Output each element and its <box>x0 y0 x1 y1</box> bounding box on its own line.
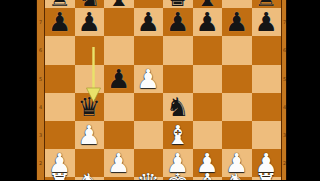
piece-black-pawn[interactable]: ♟ <box>104 65 134 93</box>
square-b1[interactable]: ♞ <box>75 177 105 180</box>
piece-black-pawn[interactable]: ♟ <box>252 8 282 36</box>
rank-label-right-3: 3 <box>281 133 288 138</box>
piece-white-queen[interactable]: ♛ <box>134 169 164 181</box>
rank-label-right-7: 7 <box>281 20 288 25</box>
square-h4[interactable] <box>252 93 282 121</box>
piece-black-bishop[interactable]: ♝ <box>104 0 134 11</box>
piece-white-king[interactable]: ♚ <box>163 169 193 181</box>
piece-white-pawn[interactable]: ♟ <box>75 121 105 149</box>
piece-black-pawn[interactable]: ♟ <box>45 8 75 36</box>
piece-black-pawn[interactable]: ♟ <box>193 8 223 36</box>
rank-label-left-5: 5 <box>37 77 44 82</box>
square-b3[interactable]: ♟ <box>75 121 105 149</box>
piece-black-queen[interactable]: ♛ <box>75 93 105 121</box>
piece-white-knight[interactable]: ♞ <box>222 169 252 181</box>
rank-label-left-2: 2 <box>37 161 44 166</box>
piece-black-pawn[interactable]: ♟ <box>163 8 193 36</box>
piece-black-pawn[interactable]: ♟ <box>75 8 105 36</box>
square-f1[interactable]: ♝ <box>193 177 223 180</box>
square-a5[interactable] <box>45 65 75 93</box>
square-d7[interactable]: ♟ <box>134 8 164 36</box>
square-d5[interactable]: ♟ <box>134 65 164 93</box>
rank-label-left-4: 4 <box>37 105 44 110</box>
square-e6[interactable] <box>163 36 193 64</box>
square-a1[interactable]: ♜ <box>45 177 75 180</box>
rank-label-right-2: 2 <box>281 161 288 166</box>
square-e1[interactable]: ♚ <box>163 177 193 180</box>
piece-white-bishop[interactable]: ♝ <box>193 169 223 181</box>
square-b7[interactable]: ♟ <box>75 8 105 36</box>
square-a7[interactable]: ♟ <box>45 8 75 36</box>
square-h7[interactable]: ♟ <box>252 8 282 36</box>
square-h1[interactable]: ♜ <box>252 177 282 180</box>
square-e4[interactable]: ♞ <box>163 93 193 121</box>
square-g3[interactable] <box>222 121 252 149</box>
square-g5[interactable] <box>222 65 252 93</box>
rank-label-left-6: 6 <box>37 48 44 53</box>
rank-label-right-4: 4 <box>281 105 288 110</box>
square-b4[interactable]: ♛ <box>75 93 105 121</box>
square-g4[interactable] <box>222 93 252 121</box>
square-b6[interactable] <box>75 36 105 64</box>
chess-app-screenshot: ♜♞♝♚♝♜♟♟♟♟♟♟♟♟♟♛♞♟♝♟♟♟♟♟♟♜♞♛♚♝♞♜ 8765432… <box>0 0 320 180</box>
piece-white-rook[interactable]: ♜ <box>252 169 282 181</box>
rank-label-right-5: 5 <box>281 77 288 82</box>
rank-label-left-7: 7 <box>37 20 44 25</box>
square-h3[interactable] <box>252 121 282 149</box>
square-c3[interactable] <box>104 121 134 149</box>
square-d3[interactable] <box>134 121 164 149</box>
square-c2[interactable]: ♟ <box>104 149 134 177</box>
chess-board: ♜♞♝♚♝♜♟♟♟♟♟♟♟♟♟♛♞♟♝♟♟♟♟♟♟♜♞♛♚♝♞♜ <box>44 0 282 180</box>
piece-white-pawn[interactable]: ♟ <box>134 65 164 93</box>
square-g7[interactable]: ♟ <box>222 8 252 36</box>
square-a6[interactable] <box>45 36 75 64</box>
square-a3[interactable] <box>45 121 75 149</box>
square-d1[interactable]: ♛ <box>134 177 164 180</box>
square-e7[interactable]: ♟ <box>163 8 193 36</box>
square-h5[interactable] <box>252 65 282 93</box>
piece-white-bishop[interactable]: ♝ <box>163 121 193 149</box>
square-c4[interactable] <box>104 93 134 121</box>
square-f4[interactable] <box>193 93 223 121</box>
square-a4[interactable] <box>45 93 75 121</box>
piece-white-knight[interactable]: ♞ <box>75 169 105 181</box>
square-c5[interactable]: ♟ <box>104 65 134 93</box>
piece-white-pawn[interactable]: ♟ <box>104 149 134 177</box>
square-c7[interactable] <box>104 8 134 36</box>
piece-black-knight[interactable]: ♞ <box>163 93 193 121</box>
square-e3[interactable]: ♝ <box>163 121 193 149</box>
square-d6[interactable] <box>134 36 164 64</box>
square-d4[interactable] <box>134 93 164 121</box>
square-h6[interactable] <box>252 36 282 64</box>
square-b5[interactable] <box>75 65 105 93</box>
square-f6[interactable] <box>193 36 223 64</box>
rank-label-right-6: 6 <box>281 48 288 53</box>
square-f3[interactable] <box>193 121 223 149</box>
square-f5[interactable] <box>193 65 223 93</box>
piece-white-rook[interactable]: ♜ <box>45 169 75 181</box>
square-c8[interactable]: ♝ <box>104 0 134 8</box>
square-g1[interactable]: ♞ <box>222 177 252 180</box>
square-f7[interactable]: ♟ <box>193 8 223 36</box>
piece-black-pawn[interactable]: ♟ <box>222 8 252 36</box>
square-g6[interactable] <box>222 36 252 64</box>
piece-black-pawn[interactable]: ♟ <box>134 8 164 36</box>
square-c6[interactable] <box>104 36 134 64</box>
rank-label-left-3: 3 <box>37 133 44 138</box>
square-e5[interactable] <box>163 65 193 93</box>
